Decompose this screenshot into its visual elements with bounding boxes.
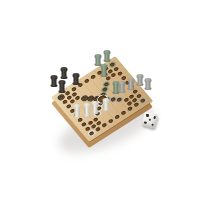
- die-pip: [149, 119, 152, 122]
- peg-base: [101, 74, 108, 77]
- peg-white: [84, 103, 91, 117]
- die-pip: [151, 123, 154, 126]
- peg-base: [137, 83, 144, 86]
- peg-white: [74, 104, 81, 118]
- peg-white: [103, 98, 110, 111]
- peg-green: [104, 50, 111, 62]
- die-pip: [153, 116, 156, 119]
- peg-base: [128, 87, 135, 90]
- peg-base: [103, 108, 110, 111]
- die-pip: [144, 121, 147, 124]
- peg-base: [61, 76, 68, 79]
- peg-base: [74, 115, 81, 118]
- peg-base: [145, 87, 152, 90]
- peg-base: [104, 59, 111, 62]
- die-pip: [146, 114, 149, 117]
- peg-black: [61, 67, 68, 79]
- peg-black: [73, 73, 80, 85]
- peg-base: [73, 82, 80, 85]
- peg-black: [51, 75, 58, 87]
- peg-base: [119, 90, 126, 93]
- peg-base: [59, 90, 66, 93]
- peg-grey: [137, 74, 144, 86]
- product-photo-stage: [0, 0, 200, 200]
- peg-layer: [0, 0, 200, 200]
- peg-base: [84, 114, 91, 117]
- peg-white: [92, 101, 99, 114]
- peg-grey: [119, 81, 126, 93]
- peg-base: [92, 111, 99, 114]
- peg-grey: [145, 78, 152, 90]
- peg-base: [51, 84, 58, 87]
- peg-green: [101, 64, 108, 77]
- peg-black: [59, 80, 66, 93]
- peg-grey: [128, 78, 135, 90]
